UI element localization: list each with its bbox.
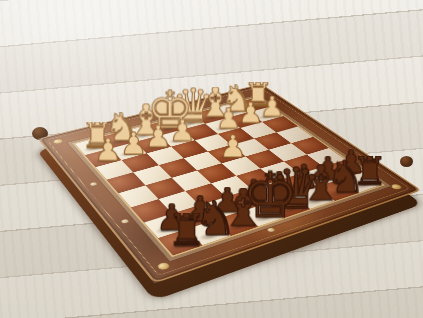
piece-white-pawn-b2: ♟ [238, 101, 263, 124]
piece-white-pawn-d4: ♟ [219, 134, 247, 159]
piece-black-rook-h8: ♜ [167, 213, 206, 249]
piece-white-pawn-g2: ♟ [120, 131, 147, 156]
piece-white-pawn-h2: ♟ [94, 137, 122, 162]
piece-white-pawn-e2: ♟ [169, 118, 196, 142]
piece-white-pawn-f2: ♟ [145, 125, 172, 150]
chess-board: ♜♞♝♚♛♝♞♜♟♟♟♟♟♟♟♟♟♟♟♟♟♟♟♟♜♞♝♚♛♝♞♜ [79, 23, 359, 303]
photo-scene: ♜♞♝♚♛♝♞♜♟♟♟♟♟♟♟♟♟♟♟♟♟♟♟♟♜♞♝♚♛♝♞♜ [0, 0, 423, 318]
board-foot-right [400, 156, 413, 167]
piece-white-pawn-c2: ♟ [215, 107, 241, 131]
